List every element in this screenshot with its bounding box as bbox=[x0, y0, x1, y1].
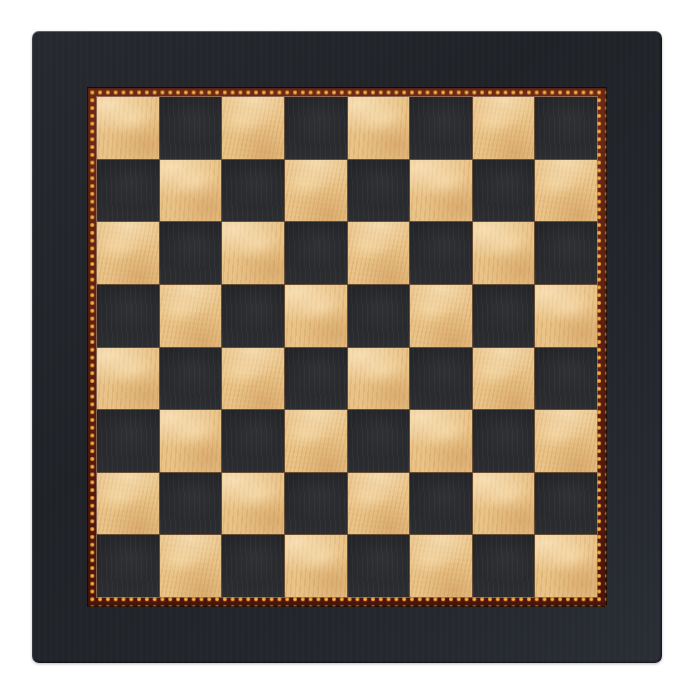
square-h8[interactable] bbox=[535, 97, 597, 159]
square-d6[interactable] bbox=[285, 222, 347, 284]
square-e4[interactable] bbox=[348, 348, 410, 410]
square-e7[interactable] bbox=[348, 160, 410, 222]
square-b4[interactable] bbox=[160, 348, 222, 410]
square-c8[interactable] bbox=[222, 97, 284, 159]
square-h5[interactable] bbox=[535, 285, 597, 347]
square-g6[interactable] bbox=[473, 222, 535, 284]
square-a4[interactable] bbox=[97, 348, 159, 410]
board-grid bbox=[97, 97, 597, 597]
square-f4[interactable] bbox=[410, 348, 472, 410]
square-d8[interactable] bbox=[285, 97, 347, 159]
square-h7[interactable] bbox=[535, 160, 597, 222]
square-e3[interactable] bbox=[348, 410, 410, 472]
square-b1[interactable] bbox=[160, 535, 222, 597]
photo-background bbox=[0, 0, 700, 700]
square-a1[interactable] bbox=[97, 535, 159, 597]
square-e1[interactable] bbox=[348, 535, 410, 597]
square-b6[interactable] bbox=[160, 222, 222, 284]
square-d7[interactable] bbox=[285, 160, 347, 222]
square-g5[interactable] bbox=[473, 285, 535, 347]
square-a3[interactable] bbox=[97, 410, 159, 472]
square-g3[interactable] bbox=[473, 410, 535, 472]
square-d4[interactable] bbox=[285, 348, 347, 410]
square-a5[interactable] bbox=[97, 285, 159, 347]
square-f3[interactable] bbox=[410, 410, 472, 472]
square-e5[interactable] bbox=[348, 285, 410, 347]
square-g7[interactable] bbox=[473, 160, 535, 222]
square-f1[interactable] bbox=[410, 535, 472, 597]
square-b8[interactable] bbox=[160, 97, 222, 159]
square-f5[interactable] bbox=[410, 285, 472, 347]
square-g4[interactable] bbox=[473, 348, 535, 410]
square-b2[interactable] bbox=[160, 473, 222, 535]
square-c5[interactable] bbox=[222, 285, 284, 347]
square-d5[interactable] bbox=[285, 285, 347, 347]
square-g1[interactable] bbox=[473, 535, 535, 597]
square-h1[interactable] bbox=[535, 535, 597, 597]
square-d2[interactable] bbox=[285, 473, 347, 535]
square-a2[interactable] bbox=[97, 473, 159, 535]
square-c7[interactable] bbox=[222, 160, 284, 222]
square-f8[interactable] bbox=[410, 97, 472, 159]
square-c6[interactable] bbox=[222, 222, 284, 284]
chessboard bbox=[32, 31, 662, 663]
square-c1[interactable] bbox=[222, 535, 284, 597]
square-e6[interactable] bbox=[348, 222, 410, 284]
square-c3[interactable] bbox=[222, 410, 284, 472]
square-b5[interactable] bbox=[160, 285, 222, 347]
square-c2[interactable] bbox=[222, 473, 284, 535]
inlay-border bbox=[87, 87, 607, 607]
square-h2[interactable] bbox=[535, 473, 597, 535]
square-d3[interactable] bbox=[285, 410, 347, 472]
square-e8[interactable] bbox=[348, 97, 410, 159]
square-a6[interactable] bbox=[97, 222, 159, 284]
square-f2[interactable] bbox=[410, 473, 472, 535]
square-g8[interactable] bbox=[473, 97, 535, 159]
square-h4[interactable] bbox=[535, 348, 597, 410]
square-a8[interactable] bbox=[97, 97, 159, 159]
square-h6[interactable] bbox=[535, 222, 597, 284]
square-b3[interactable] bbox=[160, 410, 222, 472]
square-e2[interactable] bbox=[348, 473, 410, 535]
square-c4[interactable] bbox=[222, 348, 284, 410]
square-g2[interactable] bbox=[473, 473, 535, 535]
square-b7[interactable] bbox=[160, 160, 222, 222]
square-f7[interactable] bbox=[410, 160, 472, 222]
square-h3[interactable] bbox=[535, 410, 597, 472]
square-a7[interactable] bbox=[97, 160, 159, 222]
square-d1[interactable] bbox=[285, 535, 347, 597]
square-f6[interactable] bbox=[410, 222, 472, 284]
